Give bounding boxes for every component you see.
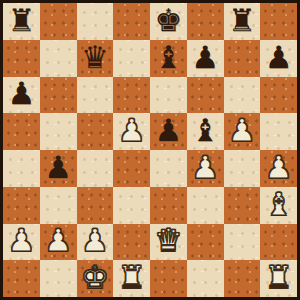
square-c6[interactable] bbox=[77, 77, 114, 114]
square-f7[interactable]: ♟ bbox=[187, 40, 224, 77]
square-c1[interactable]: ♚ bbox=[77, 260, 114, 297]
square-b1[interactable] bbox=[40, 260, 77, 297]
piece-black-pawn: ♟ bbox=[191, 42, 219, 73]
square-f8[interactable] bbox=[187, 3, 224, 40]
square-d6[interactable] bbox=[113, 77, 150, 114]
piece-black-pawn: ♟ bbox=[7, 78, 35, 109]
square-e7[interactable]: ♝ bbox=[150, 40, 187, 77]
piece-black-pawn: ♟ bbox=[154, 115, 182, 146]
piece-white-pawn: ♟ bbox=[228, 115, 256, 146]
square-c7[interactable]: ♛ bbox=[77, 40, 114, 77]
piece-black-bishop: ♝ bbox=[154, 42, 182, 73]
square-d3[interactable] bbox=[113, 187, 150, 224]
square-g4[interactable] bbox=[224, 150, 261, 187]
square-g3[interactable] bbox=[224, 187, 261, 224]
piece-white-pawn: ♟ bbox=[191, 152, 219, 183]
piece-black-rook: ♜ bbox=[228, 5, 256, 36]
square-h8[interactable] bbox=[260, 3, 297, 40]
square-b5[interactable] bbox=[40, 113, 77, 150]
square-f4[interactable]: ♟ bbox=[187, 150, 224, 187]
square-b6[interactable] bbox=[40, 77, 77, 114]
square-e2[interactable]: ♛ bbox=[150, 224, 187, 261]
square-g5[interactable]: ♟ bbox=[224, 113, 261, 150]
square-h5[interactable] bbox=[260, 113, 297, 150]
square-c2[interactable]: ♟ bbox=[77, 224, 114, 261]
piece-black-bishop: ♝ bbox=[191, 115, 219, 146]
square-d4[interactable] bbox=[113, 150, 150, 187]
square-f3[interactable] bbox=[187, 187, 224, 224]
square-h3[interactable]: ♝ bbox=[260, 187, 297, 224]
square-f5[interactable]: ♝ bbox=[187, 113, 224, 150]
square-f1[interactable] bbox=[187, 260, 224, 297]
square-g6[interactable] bbox=[224, 77, 261, 114]
square-b8[interactable] bbox=[40, 3, 77, 40]
square-a7[interactable] bbox=[3, 40, 40, 77]
square-a6[interactable]: ♟ bbox=[3, 77, 40, 114]
square-b4[interactable]: ♟ bbox=[40, 150, 77, 187]
piece-black-pawn: ♟ bbox=[265, 42, 293, 73]
piece-white-king: ♚ bbox=[81, 262, 109, 293]
square-c3[interactable] bbox=[77, 187, 114, 224]
chess-board: ♜♚♜♛♝♟♟♟♟♟♝♟♟♟♟♝♟♟♟♛♚♜♜ bbox=[0, 0, 300, 300]
square-d8[interactable] bbox=[113, 3, 150, 40]
square-c8[interactable] bbox=[77, 3, 114, 40]
square-h6[interactable] bbox=[260, 77, 297, 114]
square-a1[interactable] bbox=[3, 260, 40, 297]
square-f6[interactable] bbox=[187, 77, 224, 114]
square-d2[interactable] bbox=[113, 224, 150, 261]
square-a8[interactable]: ♜ bbox=[3, 3, 40, 40]
piece-white-rook: ♜ bbox=[265, 262, 293, 293]
square-h7[interactable]: ♟ bbox=[260, 40, 297, 77]
square-e1[interactable] bbox=[150, 260, 187, 297]
square-d7[interactable] bbox=[113, 40, 150, 77]
square-c4[interactable] bbox=[77, 150, 114, 187]
square-g8[interactable]: ♜ bbox=[224, 3, 261, 40]
square-h4[interactable]: ♟ bbox=[260, 150, 297, 187]
piece-white-pawn: ♟ bbox=[81, 225, 109, 256]
square-h1[interactable]: ♜ bbox=[260, 260, 297, 297]
square-g2[interactable] bbox=[224, 224, 261, 261]
square-b3[interactable] bbox=[40, 187, 77, 224]
square-e6[interactable] bbox=[150, 77, 187, 114]
square-g1[interactable] bbox=[224, 260, 261, 297]
square-d1[interactable]: ♜ bbox=[113, 260, 150, 297]
piece-white-pawn: ♟ bbox=[7, 225, 35, 256]
piece-white-pawn: ♟ bbox=[118, 115, 146, 146]
piece-black-queen: ♛ bbox=[81, 42, 109, 73]
piece-white-bishop: ♝ bbox=[265, 189, 293, 220]
square-f2[interactable] bbox=[187, 224, 224, 261]
piece-black-king: ♚ bbox=[154, 5, 182, 36]
piece-black-rook: ♜ bbox=[7, 5, 35, 36]
piece-white-pawn: ♟ bbox=[44, 225, 72, 256]
square-h2[interactable] bbox=[260, 224, 297, 261]
square-a3[interactable] bbox=[3, 187, 40, 224]
piece-black-pawn: ♟ bbox=[44, 152, 72, 183]
piece-white-queen: ♛ bbox=[154, 225, 182, 256]
square-b2[interactable]: ♟ bbox=[40, 224, 77, 261]
square-c5[interactable] bbox=[77, 113, 114, 150]
piece-white-pawn: ♟ bbox=[265, 152, 293, 183]
square-a4[interactable] bbox=[3, 150, 40, 187]
square-e5[interactable]: ♟ bbox=[150, 113, 187, 150]
square-g7[interactable] bbox=[224, 40, 261, 77]
square-a5[interactable] bbox=[3, 113, 40, 150]
square-b7[interactable] bbox=[40, 40, 77, 77]
square-e8[interactable]: ♚ bbox=[150, 3, 187, 40]
square-a2[interactable]: ♟ bbox=[3, 224, 40, 261]
square-d5[interactable]: ♟ bbox=[113, 113, 150, 150]
square-e4[interactable] bbox=[150, 150, 187, 187]
square-e3[interactable] bbox=[150, 187, 187, 224]
piece-white-rook: ♜ bbox=[118, 262, 146, 293]
